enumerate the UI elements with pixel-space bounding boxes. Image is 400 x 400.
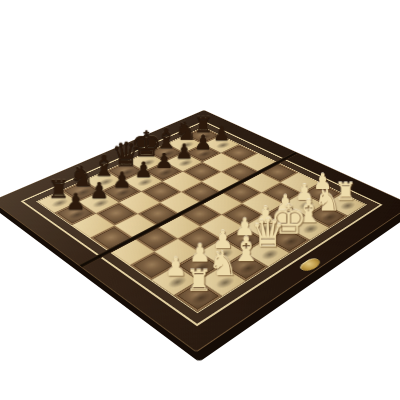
square-a1[interactable]: ♜ <box>174 281 223 313</box>
piece-white-rook[interactable]: ♜ <box>177 246 220 296</box>
product-photo-scene: ♜♞♝♛♚♝♞♜♟♟♟♟♟♟♟♟♟♟♟♟♟♟♟♟♜♞♝♛♚♝♞♜ <box>0 0 400 400</box>
square-d6[interactable] <box>141 181 181 202</box>
square-a6[interactable] <box>72 213 115 237</box>
piece-black-pawn[interactable]: ♟ <box>57 170 94 213</box>
piece-contact-shadow: ♜ <box>174 281 223 313</box>
